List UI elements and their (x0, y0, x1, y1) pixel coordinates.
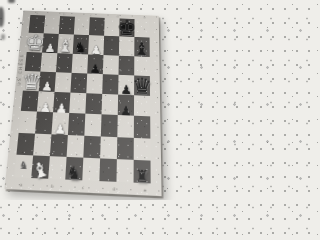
square-c4: ♟ (53, 92, 70, 113)
square-e3 (84, 114, 101, 136)
photo-background: { "game": "chess", "position": "6k1/KPBn… (0, 0, 200, 200)
square-d7: ♞ (73, 35, 89, 54)
square-c6 (56, 53, 73, 73)
square-f7 (103, 36, 119, 55)
chess-board: US CHESS a b c d e f g h a b c d e f g h… (4, 11, 161, 197)
square-h1: ♜ (134, 160, 151, 184)
square-g6 (119, 55, 135, 75)
square-a7: ♚ (27, 33, 44, 52)
square-b4: ♟ (37, 91, 55, 112)
square-c7: ♝ (57, 34, 73, 53)
black-rook: ♜ (135, 169, 149, 184)
black-queen: ♛ (132, 77, 153, 97)
square-f4 (102, 94, 119, 115)
square-f3 (101, 115, 118, 137)
board-grid: ♚♚♟♝♞♟♝♟♛♟♟♛♟♟♟♟♞♝♞♜ (14, 15, 150, 183)
square-g3 (117, 115, 134, 137)
photo-artifact-top (8, 0, 15, 3)
square-d6 (72, 53, 89, 73)
square-b6 (40, 52, 57, 72)
square-e8 (89, 17, 105, 36)
square-h7: ♝ (134, 37, 149, 56)
square-g8: ♚ (119, 18, 134, 37)
square-h5: ♛ (134, 75, 150, 96)
square-c3: ♟ (51, 112, 69, 134)
square-b5: ♟ (39, 71, 56, 92)
square-c5 (55, 72, 72, 93)
square-b2 (33, 133, 51, 156)
black-knight: ♞ (66, 165, 82, 181)
square-e6: ♟ (87, 54, 103, 74)
square-a3 (19, 111, 37, 133)
square-e7: ♟ (88, 35, 104, 54)
square-e4 (85, 93, 102, 114)
file-labels-bottom: a b c d e f g h (14, 182, 152, 194)
square-a2 (16, 132, 35, 155)
square-d2 (67, 135, 85, 158)
square-c8 (59, 16, 75, 35)
square-d8 (74, 17, 90, 36)
square-d3 (68, 113, 85, 135)
square-a4 (21, 91, 39, 112)
square-a6 (25, 52, 42, 72)
knight-compass-logo: ♞ (19, 161, 29, 172)
square-c2 (50, 134, 68, 157)
square-g4: ♟ (118, 95, 134, 116)
square-e2 (83, 135, 100, 158)
square-e5 (86, 73, 103, 94)
square-f2 (100, 136, 117, 159)
square-e1 (82, 157, 100, 181)
square-f6 (103, 55, 119, 75)
square-b3 (35, 112, 53, 134)
square-d5 (70, 73, 87, 94)
square-c1 (48, 156, 66, 180)
square-g7 (119, 37, 135, 56)
square-h4 (134, 95, 150, 116)
square-g1 (116, 159, 133, 183)
square-h6 (134, 56, 150, 76)
square-g2 (117, 137, 134, 160)
square-h2 (134, 137, 151, 160)
square-h8 (134, 19, 149, 38)
photo-artifact-left (0, 7, 4, 27)
square-h3 (134, 116, 151, 138)
photo-artifact-edge (1, 34, 5, 40)
square-d1: ♞ (65, 157, 83, 181)
square-b1: ♝ (31, 155, 50, 179)
square-f5 (102, 74, 118, 95)
square-f1 (99, 158, 117, 182)
square-a5: ♛ (23, 71, 41, 92)
square-d4 (69, 93, 86, 114)
